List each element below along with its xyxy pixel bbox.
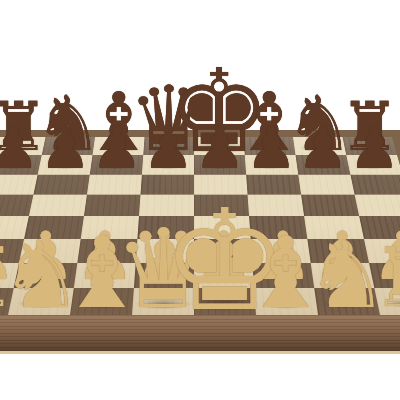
chess-set-photo: ♜♞♝♛♚♝♞♜♟♟♟♟♟♟♟♟♟♟♟♟♟♟♟♟♜♞♝♛♚♝♞♜	[0, 0, 400, 400]
piece-white-rook-h1: ♜	[371, 237, 400, 319]
piece-black-pawn-b7: ♟	[39, 120, 91, 178]
piece-black-pawn-d7: ♟	[142, 120, 194, 178]
pieces-layer: ♜♞♝♛♚♝♞♜♟♟♟♟♟♟♟♟♟♟♟♟♟♟♟♟♜♞♝♛♚♝♞♜	[0, 0, 400, 400]
piece-black-pawn-a7: ♟	[0, 120, 40, 178]
piece-black-pawn-e7: ♟	[194, 120, 246, 178]
piece-black-pawn-h7: ♟	[348, 120, 400, 178]
piece-black-pawn-c7: ♟	[91, 120, 143, 178]
piece-black-pawn-f7: ♟	[245, 120, 297, 178]
piece-black-pawn-g7: ♟	[297, 120, 349, 178]
